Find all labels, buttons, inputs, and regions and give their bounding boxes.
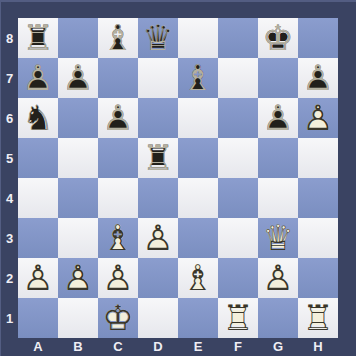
square-d4[interactable] <box>138 178 178 218</box>
square-b7[interactable]: ♟♙ <box>58 58 98 98</box>
square-h8[interactable] <box>298 18 338 58</box>
square-g5[interactable] <box>258 138 298 178</box>
file-label-f: F <box>218 338 258 356</box>
square-d1[interactable] <box>138 298 178 338</box>
black-rook-outline-icon: ♖ <box>138 138 178 178</box>
file-label-h: H <box>298 338 338 356</box>
white-pawn-icon: ♟ <box>258 258 298 298</box>
square-f8[interactable] <box>218 18 258 58</box>
file-label-a: A <box>18 338 58 356</box>
square-a2[interactable]: ♟♙ <box>18 258 58 298</box>
black-pawn-outline-icon: ♙ <box>298 58 338 98</box>
file-label-e: E <box>178 338 218 356</box>
black-knight-outline-icon: ♘ <box>18 98 58 138</box>
white-pawn-icon: ♟ <box>98 258 138 298</box>
black-pawn-icon: ♟ <box>58 58 98 98</box>
white-king-icon: ♚ <box>98 298 138 338</box>
white-queen-outline-icon: ♕ <box>258 218 298 258</box>
black-king-icon: ♚ <box>258 18 298 58</box>
white-pawn-outline-icon: ♙ <box>138 218 178 258</box>
square-c7[interactable] <box>98 58 138 98</box>
white-pawn-icon: ♟ <box>58 258 98 298</box>
white-rook-icon: ♜ <box>298 298 338 338</box>
square-e5[interactable] <box>178 138 218 178</box>
white-pawn-outline-icon: ♙ <box>18 258 58 298</box>
white-pawn-icon: ♟ <box>138 218 178 258</box>
frame-highlight <box>0 0 356 2</box>
square-f7[interactable] <box>218 58 258 98</box>
black-rook-icon: ♜ <box>138 138 178 178</box>
square-d7[interactable] <box>138 58 178 98</box>
square-b3[interactable] <box>58 218 98 258</box>
black-bishop-outline-icon: ♗ <box>178 58 218 98</box>
square-f2[interactable] <box>218 258 258 298</box>
rank-label-5: 5 <box>0 138 18 178</box>
square-g7[interactable] <box>258 58 298 98</box>
black-pawn-outline-icon: ♙ <box>18 58 58 98</box>
black-rook-icon: ♜ <box>18 18 58 58</box>
rank-label-1: 1 <box>0 298 18 338</box>
square-c2[interactable]: ♟♙ <box>98 258 138 298</box>
square-d5[interactable]: ♜♖ <box>138 138 178 178</box>
square-g6[interactable]: ♟♙ <box>258 98 298 138</box>
square-c1[interactable]: ♚♔ <box>98 298 138 338</box>
square-f5[interactable] <box>218 138 258 178</box>
square-d8[interactable]: ♛♕ <box>138 18 178 58</box>
black-queen-outline-icon: ♕ <box>138 18 178 58</box>
square-b4[interactable] <box>58 178 98 218</box>
chess-board-widget: 87654321 ♜♖♝♗♛♕♚♔♟♙♟♙♝♗♟♙♞♘♟♙♟♙♟♙♜♖♝♗♟♙♛… <box>0 0 356 356</box>
square-b2[interactable]: ♟♙ <box>58 258 98 298</box>
black-pawn-outline-icon: ♙ <box>58 58 98 98</box>
file-label-c: C <box>98 338 138 356</box>
square-h2[interactable] <box>298 258 338 298</box>
black-pawn-outline-icon: ♙ <box>98 98 138 138</box>
black-pawn-icon: ♟ <box>298 58 338 98</box>
black-pawn-icon: ♟ <box>258 98 298 138</box>
square-e7[interactable]: ♝♗ <box>178 58 218 98</box>
white-rook-outline-icon: ♖ <box>218 298 258 338</box>
square-h6[interactable]: ♟♙ <box>298 98 338 138</box>
black-queen-icon: ♛ <box>138 18 178 58</box>
black-bishop-icon: ♝ <box>98 18 138 58</box>
square-e4[interactable] <box>178 178 218 218</box>
square-e8[interactable] <box>178 18 218 58</box>
square-h7[interactable]: ♟♙ <box>298 58 338 98</box>
file-label-b: B <box>58 338 98 356</box>
square-a5[interactable] <box>18 138 58 178</box>
square-b5[interactable] <box>58 138 98 178</box>
square-f6[interactable] <box>218 98 258 138</box>
black-pawn-icon: ♟ <box>98 98 138 138</box>
square-a3[interactable] <box>18 218 58 258</box>
rank-labels: 87654321 <box>0 18 18 338</box>
square-c4[interactable] <box>98 178 138 218</box>
black-knight-icon: ♞ <box>18 98 58 138</box>
square-a8[interactable]: ♜♖ <box>18 18 58 58</box>
square-a4[interactable] <box>18 178 58 218</box>
square-h1[interactable]: ♜♖ <box>298 298 338 338</box>
rank-label-3: 3 <box>0 218 18 258</box>
white-rook-icon: ♜ <box>218 298 258 338</box>
square-g4[interactable] <box>258 178 298 218</box>
white-pawn-icon: ♟ <box>298 98 338 138</box>
white-bishop-icon: ♝ <box>98 218 138 258</box>
white-pawn-outline-icon: ♙ <box>258 258 298 298</box>
black-bishop-outline-icon: ♗ <box>98 18 138 58</box>
black-rook-outline-icon: ♖ <box>18 18 58 58</box>
square-b1[interactable] <box>58 298 98 338</box>
white-rook-outline-icon: ♖ <box>298 298 338 338</box>
square-c5[interactable] <box>98 138 138 178</box>
white-bishop-icon: ♝ <box>178 258 218 298</box>
white-bishop-outline-icon: ♗ <box>98 218 138 258</box>
black-pawn-outline-icon: ♙ <box>258 98 298 138</box>
square-g3[interactable]: ♛♕ <box>258 218 298 258</box>
square-e3[interactable] <box>178 218 218 258</box>
square-d2[interactable] <box>138 258 178 298</box>
square-c6[interactable]: ♟♙ <box>98 98 138 138</box>
white-king-outline-icon: ♔ <box>98 298 138 338</box>
square-h5[interactable] <box>298 138 338 178</box>
square-e6[interactable] <box>178 98 218 138</box>
chess-board: ♜♖♝♗♛♕♚♔♟♙♟♙♝♗♟♙♞♘♟♙♟♙♟♙♜♖♝♗♟♙♛♕♟♙♟♙♟♙♝♗… <box>18 18 338 338</box>
rank-label-4: 4 <box>0 178 18 218</box>
rank-label-7: 7 <box>0 58 18 98</box>
white-pawn-icon: ♟ <box>18 258 58 298</box>
rank-label-6: 6 <box>0 98 18 138</box>
square-e1[interactable] <box>178 298 218 338</box>
white-pawn-outline-icon: ♙ <box>58 258 98 298</box>
white-queen-icon: ♛ <box>258 218 298 258</box>
square-a1[interactable] <box>18 298 58 338</box>
square-e2[interactable]: ♝♗ <box>178 258 218 298</box>
file-label-d: D <box>138 338 178 356</box>
square-g2[interactable]: ♟♙ <box>258 258 298 298</box>
file-labels: ABCDEFGH <box>18 338 338 356</box>
square-g1[interactable] <box>258 298 298 338</box>
square-c3[interactable]: ♝♗ <box>98 218 138 258</box>
file-label-g: G <box>258 338 298 356</box>
square-d3[interactable]: ♟♙ <box>138 218 178 258</box>
square-f1[interactable]: ♜♖ <box>218 298 258 338</box>
square-h3[interactable] <box>298 218 338 258</box>
square-g8[interactable]: ♚♔ <box>258 18 298 58</box>
square-b6[interactable] <box>58 98 98 138</box>
square-h4[interactable] <box>298 178 338 218</box>
square-b8[interactable] <box>58 18 98 58</box>
square-f4[interactable] <box>218 178 258 218</box>
white-pawn-outline-icon: ♙ <box>298 98 338 138</box>
square-c8[interactable]: ♝♗ <box>98 18 138 58</box>
rank-label-8: 8 <box>0 18 18 58</box>
square-d6[interactable] <box>138 98 178 138</box>
black-pawn-icon: ♟ <box>18 58 58 98</box>
square-a6[interactable]: ♞♘ <box>18 98 58 138</box>
square-a7[interactable]: ♟♙ <box>18 58 58 98</box>
white-bishop-outline-icon: ♗ <box>178 258 218 298</box>
square-f3[interactable] <box>218 218 258 258</box>
black-king-outline-icon: ♔ <box>258 18 298 58</box>
rank-label-2: 2 <box>0 258 18 298</box>
white-pawn-outline-icon: ♙ <box>98 258 138 298</box>
black-bishop-icon: ♝ <box>178 58 218 98</box>
